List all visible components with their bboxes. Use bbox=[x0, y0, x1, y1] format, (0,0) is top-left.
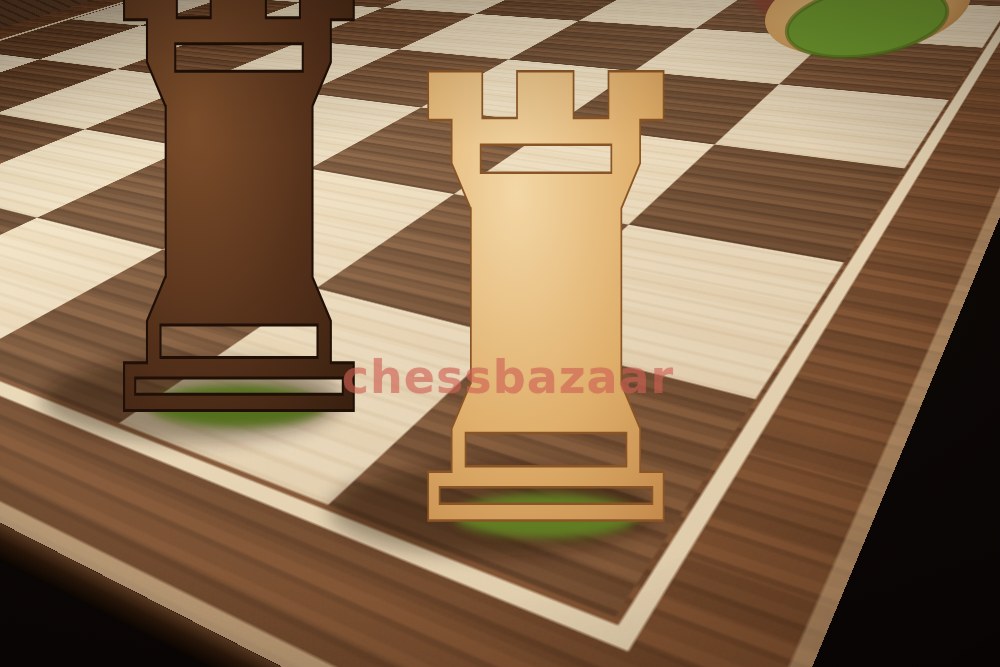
pieces-layer: ♜ ♜ bbox=[0, 0, 1000, 667]
photo-scene: ♜ ♜ chessbazaar bbox=[0, 0, 1000, 667]
fallen-piece[interactable] bbox=[741, 0, 999, 72]
watermark: chessbazaar bbox=[342, 350, 674, 404]
white-rook[interactable]: ♜ bbox=[359, 0, 734, 665]
